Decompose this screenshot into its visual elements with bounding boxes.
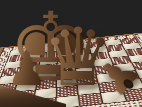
chessboard-photo: ♚♛♟♟ <box>0 0 142 107</box>
piece-pawn-c4[interactable]: ♟ <box>6 46 47 92</box>
